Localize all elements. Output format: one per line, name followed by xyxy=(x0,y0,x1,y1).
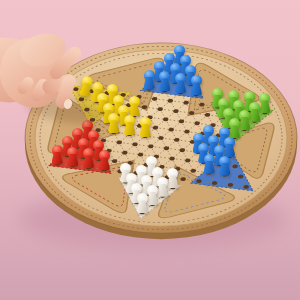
peg-white[interactable] xyxy=(146,185,158,205)
peg-blue[interactable] xyxy=(175,73,187,93)
peg-yellow[interactable] xyxy=(108,113,120,133)
peg-red[interactable] xyxy=(83,148,95,168)
peg-white[interactable] xyxy=(136,193,148,213)
scene xyxy=(0,0,300,300)
peg-green[interactable] xyxy=(238,110,250,130)
peg-blue[interactable] xyxy=(224,137,236,157)
pegs-layer xyxy=(0,0,300,300)
peg-blue[interactable] xyxy=(143,70,155,90)
peg-white[interactable] xyxy=(167,168,179,188)
peg-green[interactable] xyxy=(249,102,261,122)
peg-green[interactable] xyxy=(228,118,240,138)
peg-blue[interactable] xyxy=(190,75,202,95)
peg-red[interactable] xyxy=(67,147,79,167)
peg-yellow[interactable] xyxy=(128,96,140,116)
peg-red[interactable] xyxy=(51,145,63,165)
peg-yellow[interactable] xyxy=(123,115,135,135)
peg-blue[interactable] xyxy=(203,154,215,174)
peg-red[interactable] xyxy=(98,150,110,170)
peg-white[interactable] xyxy=(157,177,169,197)
peg-yellow[interactable] xyxy=(139,117,151,137)
peg-blue[interactable] xyxy=(219,156,231,176)
peg-green[interactable] xyxy=(259,93,271,113)
peg-blue[interactable] xyxy=(159,71,171,91)
